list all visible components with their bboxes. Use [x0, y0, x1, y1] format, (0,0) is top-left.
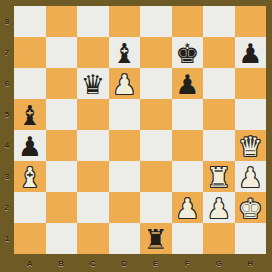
square-d6[interactable]: ♟	[109, 68, 141, 99]
piece-black-pawn[interactable]: ♟	[238, 39, 262, 69]
square-c1[interactable]	[77, 223, 109, 254]
square-f1[interactable]	[172, 223, 204, 254]
square-a4[interactable]: ♟	[14, 130, 46, 161]
square-d5[interactable]	[109, 99, 141, 130]
square-c7[interactable]	[77, 37, 109, 68]
square-f5[interactable]	[172, 99, 204, 130]
square-e8[interactable]	[140, 6, 172, 37]
rank-label-6: 6	[0, 68, 14, 99]
piece-black-king[interactable]: ♚	[175, 39, 199, 69]
square-g3[interactable]: ♜	[203, 161, 235, 192]
square-a7[interactable]	[14, 37, 46, 68]
piece-white-king[interactable]: ♚	[238, 194, 262, 224]
piece-black-bishop[interactable]: ♝	[112, 39, 136, 69]
rank-label-5: 5	[0, 99, 14, 130]
file-label-d: D	[109, 254, 141, 272]
piece-black-rook[interactable]: ♜	[144, 225, 168, 255]
square-f2[interactable]: ♟	[172, 192, 204, 223]
piece-white-pawn[interactable]: ♟	[238, 163, 262, 193]
file-labels: ABCDEFGH	[14, 254, 266, 272]
square-h6[interactable]	[235, 68, 267, 99]
square-g2[interactable]: ♟	[203, 192, 235, 223]
piece-white-queen[interactable]: ♛	[238, 132, 262, 162]
square-h3[interactable]: ♟	[235, 161, 267, 192]
file-label-e: E	[140, 254, 172, 272]
square-b7[interactable]	[46, 37, 78, 68]
square-d2[interactable]	[109, 192, 141, 223]
square-d7[interactable]: ♝	[109, 37, 141, 68]
square-a5[interactable]: ♝	[14, 99, 46, 130]
square-c5[interactable]	[77, 99, 109, 130]
square-c3[interactable]	[77, 161, 109, 192]
square-b3[interactable]	[46, 161, 78, 192]
piece-white-pawn[interactable]: ♟	[112, 70, 136, 100]
square-b4[interactable]	[46, 130, 78, 161]
square-h2[interactable]: ♚	[235, 192, 267, 223]
square-f6[interactable]: ♟	[172, 68, 204, 99]
rank-label-8: 8	[0, 6, 14, 37]
chess-board: ♝♚♟♛♟♟♝♟♛♝♜♟♟♟♚♜	[14, 6, 266, 254]
piece-black-bishop[interactable]: ♝	[18, 101, 42, 131]
square-g7[interactable]	[203, 37, 235, 68]
piece-white-bishop[interactable]: ♝	[18, 163, 42, 193]
square-c4[interactable]	[77, 130, 109, 161]
square-g1[interactable]	[203, 223, 235, 254]
piece-black-pawn[interactable]: ♟	[18, 132, 42, 162]
square-f8[interactable]	[172, 6, 204, 37]
square-c8[interactable]	[77, 6, 109, 37]
piece-white-pawn[interactable]: ♟	[207, 194, 231, 224]
square-e1[interactable]: ♜	[140, 223, 172, 254]
square-e2[interactable]	[140, 192, 172, 223]
file-label-g: G	[203, 254, 235, 272]
rank-label-7: 7	[0, 37, 14, 68]
square-b8[interactable]	[46, 6, 78, 37]
square-a2[interactable]	[14, 192, 46, 223]
square-g5[interactable]	[203, 99, 235, 130]
square-g4[interactable]	[203, 130, 235, 161]
file-label-a: A	[14, 254, 46, 272]
square-b6[interactable]	[46, 68, 78, 99]
square-h7[interactable]: ♟	[235, 37, 267, 68]
square-a3[interactable]: ♝	[14, 161, 46, 192]
square-e7[interactable]	[140, 37, 172, 68]
square-h4[interactable]: ♛	[235, 130, 267, 161]
file-label-h: H	[235, 254, 267, 272]
square-e4[interactable]	[140, 130, 172, 161]
square-e6[interactable]	[140, 68, 172, 99]
file-label-b: B	[46, 254, 78, 272]
square-e3[interactable]	[140, 161, 172, 192]
square-g6[interactable]	[203, 68, 235, 99]
square-h1[interactable]	[235, 223, 267, 254]
piece-white-pawn[interactable]: ♟	[175, 194, 199, 224]
square-f3[interactable]	[172, 161, 204, 192]
square-d4[interactable]	[109, 130, 141, 161]
rank-label-4: 4	[0, 130, 14, 161]
file-label-c: C	[77, 254, 109, 272]
piece-black-queen[interactable]: ♛	[81, 70, 105, 100]
piece-black-pawn[interactable]: ♟	[175, 70, 199, 100]
square-f7[interactable]: ♚	[172, 37, 204, 68]
square-b5[interactable]	[46, 99, 78, 130]
square-c2[interactable]	[77, 192, 109, 223]
rank-label-3: 3	[0, 161, 14, 192]
square-h5[interactable]	[235, 99, 267, 130]
file-label-f: F	[172, 254, 204, 272]
square-a1[interactable]	[14, 223, 46, 254]
square-g8[interactable]	[203, 6, 235, 37]
rank-label-1: 1	[0, 223, 14, 254]
square-b1[interactable]	[46, 223, 78, 254]
square-a8[interactable]	[14, 6, 46, 37]
rank-labels: 87654321	[0, 6, 14, 254]
square-d1[interactable]	[109, 223, 141, 254]
square-d3[interactable]	[109, 161, 141, 192]
square-d8[interactable]	[109, 6, 141, 37]
square-a6[interactable]	[14, 68, 46, 99]
piece-white-rook[interactable]: ♜	[207, 163, 231, 193]
square-h8[interactable]	[235, 6, 267, 37]
square-b2[interactable]	[46, 192, 78, 223]
square-c6[interactable]: ♛	[77, 68, 109, 99]
rank-label-2: 2	[0, 192, 14, 223]
chess-board-panel: 87654321 ♝♚♟♛♟♟♝♟♛♝♜♟♟♟♚♜ ABCDEFGH	[0, 0, 272, 272]
square-f4[interactable]	[172, 130, 204, 161]
square-e5[interactable]	[140, 99, 172, 130]
